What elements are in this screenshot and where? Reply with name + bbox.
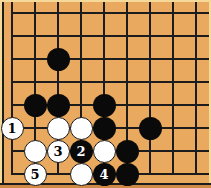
stone-black [139, 117, 162, 140]
move-number-label: 5 [30, 168, 39, 181]
stone-black [24, 94, 47, 117]
stone-black [47, 48, 70, 71]
stone-black [93, 117, 116, 140]
stone-black [116, 140, 139, 163]
go-board-diagram: 13254 [0, 0, 211, 188]
stone-black-move-2: 2 [70, 140, 93, 163]
stone-white-move-3: 3 [47, 140, 70, 163]
move-number-label: 4 [99, 168, 108, 181]
stone-white [70, 117, 93, 140]
board-edge-left-line [2, 2, 4, 183]
stone-black [47, 94, 70, 117]
stone-black-move-4: 4 [93, 163, 116, 186]
move-number-label: 1 [7, 122, 16, 135]
stone-white-move-1: 1 [1, 117, 24, 140]
stone-white [47, 117, 70, 140]
board-cut-edge-right [209, 0, 211, 183]
stone-black [116, 163, 139, 186]
stone-white [24, 140, 47, 163]
stone-layer: 13254 [0, 0, 211, 188]
board-cut-edge-top [0, 0, 211, 2]
stone-black [93, 94, 116, 117]
stone-white-move-5: 5 [24, 163, 47, 186]
stone-white [93, 140, 116, 163]
move-number-label: 3 [53, 145, 62, 158]
stone-white [70, 163, 93, 186]
move-number-label: 2 [76, 145, 85, 158]
